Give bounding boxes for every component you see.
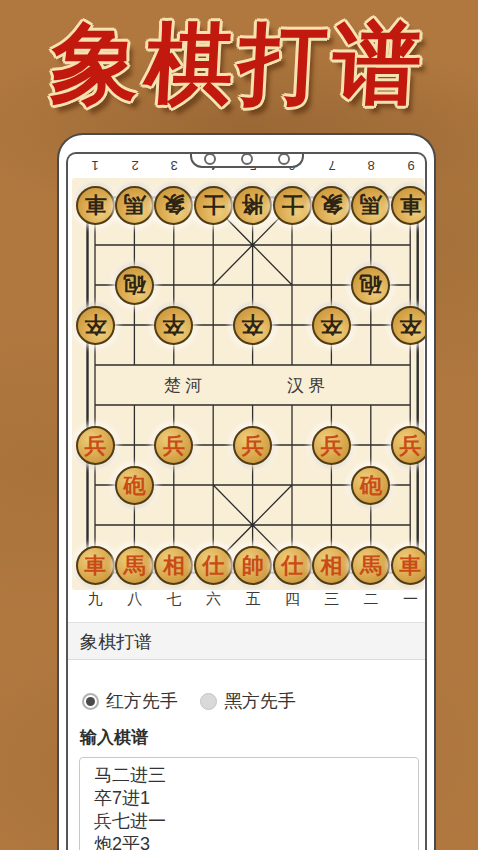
piece-black[interactable]: 卒 bbox=[76, 306, 115, 345]
top-coordinate-label: 9 bbox=[391, 157, 428, 173]
piece-black[interactable]: 象 bbox=[154, 186, 193, 225]
bottom-coordinate-label: 四 bbox=[272, 590, 312, 608]
piece-red[interactable]: 相 bbox=[312, 546, 351, 585]
piece-black[interactable]: 砲 bbox=[351, 266, 390, 305]
moves-input-label: 输入棋谱 bbox=[80, 726, 148, 749]
bottom-coordinate-label: 九 bbox=[75, 590, 115, 608]
piece-red[interactable]: 馬 bbox=[115, 546, 154, 585]
top-coordinate-label: 3 bbox=[154, 157, 194, 173]
bottom-coordinate-label: 六 bbox=[194, 590, 234, 608]
piece-red[interactable]: 砲 bbox=[115, 466, 154, 505]
piece-black[interactable]: 士 bbox=[194, 186, 233, 225]
notch bbox=[190, 152, 304, 168]
piece-red[interactable]: 仕 bbox=[194, 546, 233, 585]
piece-black[interactable]: 馬 bbox=[351, 186, 390, 225]
radio-icon bbox=[200, 693, 217, 710]
phone-frame: 123456789 楚河 汉界 車馬象士將士象馬車砲砲卒卒卒卒卒兵兵兵兵兵砲砲車… bbox=[57, 133, 436, 850]
piece-black[interactable]: 象 bbox=[312, 186, 351, 225]
piece-red[interactable]: 兵 bbox=[312, 426, 351, 465]
radio-option-red-first[interactable]: 红方先手 bbox=[82, 689, 178, 713]
bottom-coordinate-label: 八 bbox=[115, 590, 155, 608]
bottom-coordinate-label: 七 bbox=[154, 590, 194, 608]
radio-option-label: 红方先手 bbox=[106, 689, 178, 713]
xiangqi-board: 楚河 汉界 車馬象士將士象馬車砲砲卒卒卒卒卒兵兵兵兵兵砲砲車馬相仕帥仕相馬車 bbox=[72, 178, 424, 590]
radio-option-black-first[interactable]: 黑方先手 bbox=[200, 689, 296, 713]
top-coordinate-label: 1 bbox=[75, 157, 115, 173]
piece-red[interactable]: 兵 bbox=[391, 426, 427, 465]
bottom-coordinate-label: 五 bbox=[233, 590, 273, 608]
piece-red[interactable]: 車 bbox=[76, 546, 115, 585]
piece-red[interactable]: 帥 bbox=[233, 546, 272, 585]
panel-header: 象棋打谱 bbox=[68, 622, 425, 660]
piece-black[interactable]: 車 bbox=[76, 186, 115, 225]
piece-black[interactable]: 卒 bbox=[154, 306, 193, 345]
piece-black[interactable]: 卒 bbox=[233, 306, 272, 345]
piece-black[interactable]: 卒 bbox=[391, 306, 427, 345]
piece-black[interactable]: 將 bbox=[233, 186, 272, 225]
piece-red[interactable]: 相 bbox=[154, 546, 193, 585]
phone-screen: 123456789 楚河 汉界 車馬象士將士象馬車砲砲卒卒卒卒卒兵兵兵兵兵砲砲車… bbox=[66, 152, 427, 850]
piece-red[interactable]: 馬 bbox=[351, 546, 390, 585]
piece-red[interactable]: 兵 bbox=[233, 426, 272, 465]
top-coordinate-label: 2 bbox=[115, 157, 155, 173]
piece-black[interactable]: 砲 bbox=[115, 266, 154, 305]
piece-red[interactable]: 車 bbox=[391, 546, 427, 585]
piece-black[interactable]: 卒 bbox=[312, 306, 351, 345]
piece-black[interactable]: 馬 bbox=[115, 186, 154, 225]
camera-dot-icon bbox=[241, 153, 253, 165]
piece-red[interactable]: 兵 bbox=[154, 426, 193, 465]
bottom-coordinate-label: 一 bbox=[391, 590, 428, 608]
piece-red[interactable]: 砲 bbox=[351, 466, 390, 505]
camera-dot-icon bbox=[204, 153, 216, 165]
first-move-radio-group: 红方先手 黑方先手 bbox=[82, 688, 296, 714]
piece-red[interactable]: 仕 bbox=[273, 546, 312, 585]
bottom-coordinate-label: 三 bbox=[312, 590, 352, 608]
piece-black[interactable]: 士 bbox=[273, 186, 312, 225]
moves-textarea[interactable]: 马二进三 卒7进1 兵七进一 炮2平3 bbox=[79, 757, 419, 850]
piece-red[interactable]: 兵 bbox=[76, 426, 115, 465]
radio-option-label: 黑方先手 bbox=[224, 689, 296, 713]
piece-layer: 車馬象士將士象馬車砲砲卒卒卒卒卒兵兵兵兵兵砲砲車馬相仕帥仕相馬車 bbox=[76, 185, 428, 585]
top-coordinate-label: 8 bbox=[351, 157, 391, 173]
camera-dot-icon bbox=[278, 153, 290, 165]
radio-icon bbox=[82, 693, 99, 710]
bottom-coordinate-label: 二 bbox=[351, 590, 391, 608]
app-title: 象棋打谱 bbox=[0, 4, 478, 126]
piece-black[interactable]: 車 bbox=[391, 186, 427, 225]
top-coordinate-label: 7 bbox=[312, 157, 352, 173]
